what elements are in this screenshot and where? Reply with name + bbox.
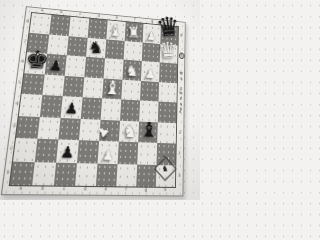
square-b5	[42, 74, 64, 96]
square-b7	[47, 34, 69, 55]
square-f2	[118, 142, 139, 164]
square-g2	[137, 142, 157, 164]
square-b1	[32, 162, 56, 186]
file-label-bottom-d: d	[75, 187, 96, 192]
rank-label-left-8: 8	[24, 20, 30, 25]
square-c6	[65, 55, 86, 76]
square-f7	[124, 41, 143, 61]
rank-label-right-1: 1	[176, 173, 182, 178]
square-a3	[16, 116, 40, 139]
square-e8	[106, 20, 125, 40]
square-b2	[35, 139, 59, 162]
square-g7	[142, 42, 161, 62]
rank-label-left-1: 1	[4, 170, 11, 175]
file-label-bottom-h: h	[156, 188, 175, 193]
square-e6	[104, 58, 124, 79]
square-h6	[159, 62, 177, 82]
rank-label-right-7: 7	[178, 52, 183, 56]
file-label-bottom-e: e	[95, 187, 116, 192]
square-g8	[143, 24, 161, 44]
square-c3	[58, 117, 80, 140]
square-e4	[101, 98, 122, 120]
square-f1	[116, 164, 137, 187]
square-d4	[81, 97, 102, 119]
square-c1	[54, 162, 77, 186]
square-f8	[125, 22, 144, 42]
square-b6	[45, 54, 67, 76]
square-d1	[75, 163, 97, 186]
file-label-bottom-c: c	[53, 187, 75, 192]
rank-label-left-7: 7	[22, 39, 29, 44]
square-d6	[84, 57, 105, 78]
board-grid	[10, 13, 178, 187]
file-label-bottom-b: b	[31, 187, 53, 192]
square-b4	[40, 95, 63, 117]
square-b8	[49, 15, 70, 36]
square-g6	[141, 61, 160, 82]
knight-logo-icon: ♞	[162, 165, 169, 173]
rank-label-left-2: 2	[7, 146, 14, 151]
square-f3	[119, 120, 139, 142]
square-a1	[10, 161, 35, 185]
square-h7	[160, 44, 178, 64]
square-h5	[158, 82, 176, 103]
file-label-bottom-f: f	[116, 188, 136, 193]
square-a2	[13, 138, 37, 162]
rank-label-left-3: 3	[10, 124, 17, 129]
square-h8	[160, 25, 178, 45]
rank-label-left-6: 6	[19, 59, 26, 64]
square-c7	[67, 36, 88, 57]
square-d2	[77, 140, 99, 163]
square-c8	[69, 17, 90, 38]
rank-label-left-4: 4	[13, 101, 20, 106]
rank-label-right-6: 6	[178, 71, 183, 75]
chessboard-photo: ◎ US CHESS ✦ ♞ aabbccddeeffgghh887766554…	[0, 0, 200, 200]
square-e2	[98, 141, 119, 164]
square-e3	[99, 119, 120, 141]
rank-label-right-5: 5	[178, 90, 183, 94]
square-e1	[96, 163, 118, 186]
square-g5	[140, 80, 159, 101]
square-g4	[139, 100, 158, 121]
board-plane: ◎ US CHESS ✦ ♞ aabbccddeeffgghh887766554…	[10, 13, 178, 187]
file-label-bottom-g: g	[136, 188, 156, 193]
rank-label-left-5: 5	[16, 80, 23, 85]
square-c2	[56, 139, 79, 162]
square-d3	[79, 118, 101, 140]
square-a6	[24, 52, 47, 74]
square-f4	[120, 99, 140, 121]
square-d8	[88, 18, 108, 38]
rank-label-right-3: 3	[177, 130, 183, 135]
square-c5	[63, 75, 85, 97]
square-g3	[138, 121, 158, 143]
square-h4	[158, 102, 177, 123]
square-f6	[122, 60, 141, 81]
square-d5	[83, 77, 104, 99]
rank-label-right-8: 8	[179, 34, 184, 38]
square-d7	[86, 37, 106, 58]
rank-label-right-2: 2	[177, 151, 183, 156]
square-a8	[30, 13, 52, 34]
square-c4	[61, 96, 83, 118]
file-label-bottom-a: a	[9, 186, 32, 191]
square-e7	[105, 39, 125, 60]
square-h3	[157, 122, 176, 144]
square-e5	[102, 78, 122, 99]
square-a4	[19, 94, 43, 117]
square-f5	[121, 79, 141, 100]
square-a7	[27, 32, 49, 53]
rank-label-right-4: 4	[177, 110, 182, 114]
square-a5	[22, 73, 45, 95]
square-b3	[37, 117, 60, 140]
